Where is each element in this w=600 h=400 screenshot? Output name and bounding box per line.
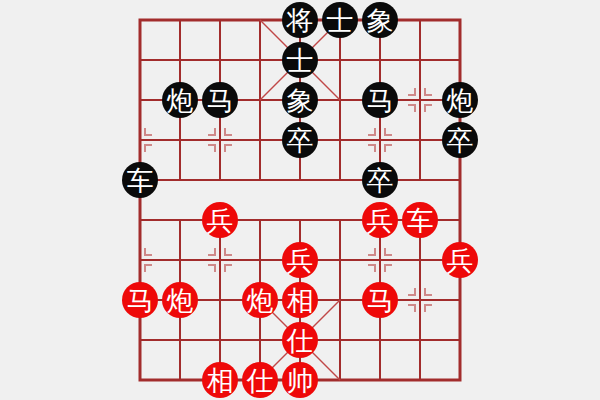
piece-red-soldier[interactable]: 兵 xyxy=(282,242,318,278)
piece-black-chariot[interactable]: 车 xyxy=(122,162,158,198)
piece-red-advisor[interactable]: 仕 xyxy=(242,362,278,398)
piece-black-elephant[interactable]: 象 xyxy=(362,2,398,38)
piece-black-advisor[interactable]: 士 xyxy=(282,42,318,78)
piece-red-chariot[interactable]: 车 xyxy=(402,202,438,238)
piece-red-horse[interactable]: 马 xyxy=(362,282,398,318)
piece-black-advisor[interactable]: 士 xyxy=(322,2,358,38)
xiangqi-app: 将士象士炮马象马炮卒卒车卒兵兵车兵兵马炮炮相马仕相仕帅 xyxy=(0,0,600,400)
piece-red-elephant[interactable]: 相 xyxy=(202,362,238,398)
piece-black-general[interactable]: 将 xyxy=(282,2,318,38)
piece-red-soldier[interactable]: 兵 xyxy=(202,202,238,238)
piece-red-general[interactable]: 帅 xyxy=(282,362,318,398)
piece-black-soldier[interactable]: 卒 xyxy=(442,122,478,158)
piece-red-advisor[interactable]: 仕 xyxy=(282,322,318,358)
piece-black-soldier[interactable]: 卒 xyxy=(362,162,398,198)
piece-black-soldier[interactable]: 卒 xyxy=(282,122,318,158)
piece-black-horse[interactable]: 马 xyxy=(202,82,238,118)
piece-black-cannon[interactable]: 炮 xyxy=(442,82,478,118)
piece-black-horse[interactable]: 马 xyxy=(362,82,398,118)
piece-red-cannon[interactable]: 炮 xyxy=(162,282,198,318)
piece-black-elephant[interactable]: 象 xyxy=(282,82,318,118)
piece-black-cannon[interactable]: 炮 xyxy=(162,82,198,118)
piece-layer: 将士象士炮马象马炮卒卒车卒兵兵车兵兵马炮炮相马仕相仕帅 xyxy=(0,0,600,400)
piece-red-elephant[interactable]: 相 xyxy=(282,282,318,318)
piece-red-cannon[interactable]: 炮 xyxy=(242,282,278,318)
piece-red-horse[interactable]: 马 xyxy=(122,282,158,318)
piece-red-soldier[interactable]: 兵 xyxy=(362,202,398,238)
piece-red-soldier[interactable]: 兵 xyxy=(442,242,478,278)
